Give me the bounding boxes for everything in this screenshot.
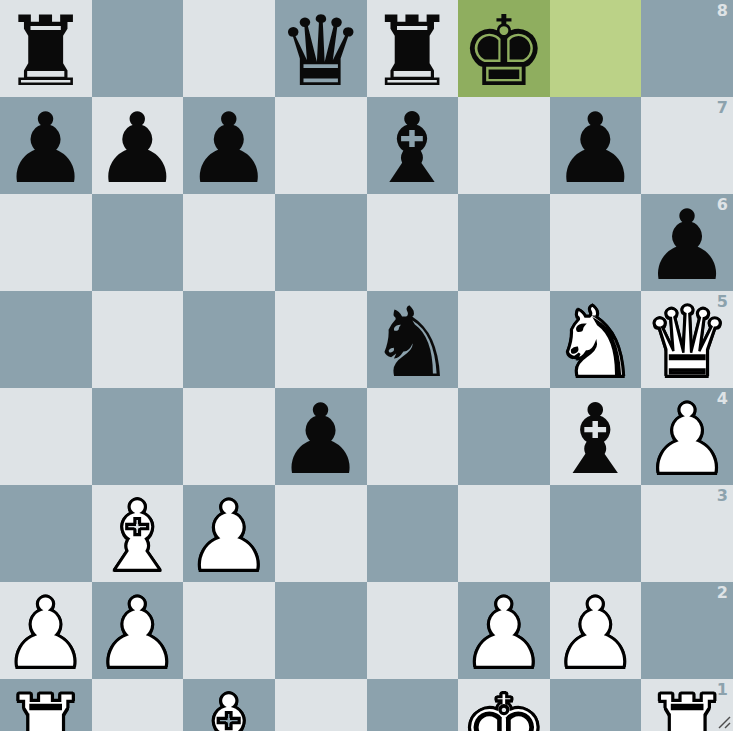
square-e6[interactable] <box>367 194 459 291</box>
piece-black-king[interactable]: ♚ <box>460 3 547 100</box>
square-b3[interactable]: ♝ <box>92 485 184 582</box>
square-h5[interactable]: 5♛ <box>641 291 733 388</box>
piece-black-rook[interactable]: ♜ <box>369 3 456 100</box>
square-a3[interactable] <box>0 485 92 582</box>
rank-label-7: 7 <box>717 100 728 116</box>
square-c7[interactable]: ♟ <box>183 97 275 194</box>
piece-black-pawn[interactable]: ♟ <box>2 100 89 197</box>
square-b6[interactable] <box>92 194 184 291</box>
square-a1[interactable]: a♜ <box>0 679 92 731</box>
square-c5[interactable] <box>183 291 275 388</box>
square-f1[interactable]: f♚ <box>458 679 550 731</box>
square-f7[interactable] <box>458 97 550 194</box>
piece-black-pawn[interactable]: ♟ <box>186 100 273 197</box>
rank-label-8: 8 <box>717 3 728 19</box>
square-h6[interactable]: 6♟ <box>641 194 733 291</box>
square-h8[interactable]: 8 <box>641 0 733 97</box>
piece-black-bishop[interactable]: ♝ <box>552 391 639 488</box>
piece-white-knight[interactable]: ♞ <box>552 294 639 391</box>
square-c1[interactable]: c♝ <box>183 679 275 731</box>
rank-label-2: 2 <box>717 585 728 601</box>
piece-black-queen[interactable]: ♛ <box>277 3 364 100</box>
square-c2[interactable] <box>183 582 275 679</box>
square-d2[interactable] <box>275 582 367 679</box>
square-c8[interactable] <box>183 0 275 97</box>
square-g5[interactable]: ♞ <box>550 291 642 388</box>
square-f4[interactable] <box>458 388 550 485</box>
square-e5[interactable]: ♞ <box>367 291 459 388</box>
square-g8[interactable] <box>550 0 642 97</box>
piece-white-king[interactable]: ♚ <box>460 682 547 731</box>
square-f3[interactable] <box>458 485 550 582</box>
square-d4[interactable]: ♟ <box>275 388 367 485</box>
piece-black-pawn[interactable]: ♟ <box>552 100 639 197</box>
square-d7[interactable] <box>275 97 367 194</box>
square-e4[interactable] <box>367 388 459 485</box>
square-g7[interactable]: ♟ <box>550 97 642 194</box>
piece-black-pawn[interactable]: ♟ <box>94 100 181 197</box>
square-a7[interactable]: ♟ <box>0 97 92 194</box>
square-b7[interactable]: ♟ <box>92 97 184 194</box>
piece-white-pawn[interactable]: ♟ <box>2 585 89 682</box>
square-g3[interactable] <box>550 485 642 582</box>
square-f8[interactable]: ♚ <box>458 0 550 97</box>
piece-white-rook[interactable]: ♜ <box>2 682 89 731</box>
square-a4[interactable] <box>0 388 92 485</box>
square-h7[interactable]: 7 <box>641 97 733 194</box>
chess-board: ♜♛♜♚8♟♟♟♝♟76♟♞♞5♛♟♝4♟♝♟3♟♟♟♟2a♜bc♝def♚g1… <box>0 0 733 731</box>
square-h3[interactable]: 3 <box>641 485 733 582</box>
square-a2[interactable]: ♟ <box>0 582 92 679</box>
square-a5[interactable] <box>0 291 92 388</box>
piece-black-knight[interactable]: ♞ <box>369 294 456 391</box>
square-a8[interactable]: ♜ <box>0 0 92 97</box>
square-h2[interactable]: 2 <box>641 582 733 679</box>
square-a6[interactable] <box>0 194 92 291</box>
rank-label-5: 5 <box>717 294 728 310</box>
square-h4[interactable]: 4♟ <box>641 388 733 485</box>
piece-white-pawn[interactable]: ♟ <box>460 585 547 682</box>
square-e2[interactable] <box>367 582 459 679</box>
square-e8[interactable]: ♜ <box>367 0 459 97</box>
square-c6[interactable] <box>183 194 275 291</box>
square-b8[interactable] <box>92 0 184 97</box>
square-c3[interactable]: ♟ <box>183 485 275 582</box>
square-g2[interactable]: ♟ <box>550 582 642 679</box>
piece-white-pawn[interactable]: ♟ <box>186 488 273 585</box>
resize-handle-icon[interactable] <box>716 714 732 730</box>
piece-white-bishop[interactable]: ♝ <box>94 488 181 585</box>
piece-black-pawn[interactable]: ♟ <box>277 391 364 488</box>
rank-label-1: 1 <box>717 682 728 698</box>
square-f5[interactable] <box>458 291 550 388</box>
square-b5[interactable] <box>92 291 184 388</box>
square-g4[interactable]: ♝ <box>550 388 642 485</box>
square-e3[interactable] <box>367 485 459 582</box>
square-d8[interactable]: ♛ <box>275 0 367 97</box>
piece-white-bishop[interactable]: ♝ <box>186 682 273 731</box>
square-f2[interactable]: ♟ <box>458 582 550 679</box>
square-b4[interactable] <box>92 388 184 485</box>
square-d5[interactable] <box>275 291 367 388</box>
square-e7[interactable]: ♝ <box>367 97 459 194</box>
square-g6[interactable] <box>550 194 642 291</box>
rank-label-4: 4 <box>717 391 728 407</box>
square-b2[interactable]: ♟ <box>92 582 184 679</box>
square-d3[interactable] <box>275 485 367 582</box>
square-e1[interactable]: e <box>367 679 459 731</box>
piece-white-pawn[interactable]: ♟ <box>94 585 181 682</box>
piece-white-pawn[interactable]: ♟ <box>552 585 639 682</box>
square-f6[interactable] <box>458 194 550 291</box>
piece-black-rook[interactable]: ♜ <box>2 3 89 100</box>
square-c4[interactable] <box>183 388 275 485</box>
piece-black-bishop[interactable]: ♝ <box>369 100 456 197</box>
square-d1[interactable]: d <box>275 679 367 731</box>
square-d6[interactable] <box>275 194 367 291</box>
rank-label-6: 6 <box>717 197 728 213</box>
rank-label-3: 3 <box>717 488 728 504</box>
